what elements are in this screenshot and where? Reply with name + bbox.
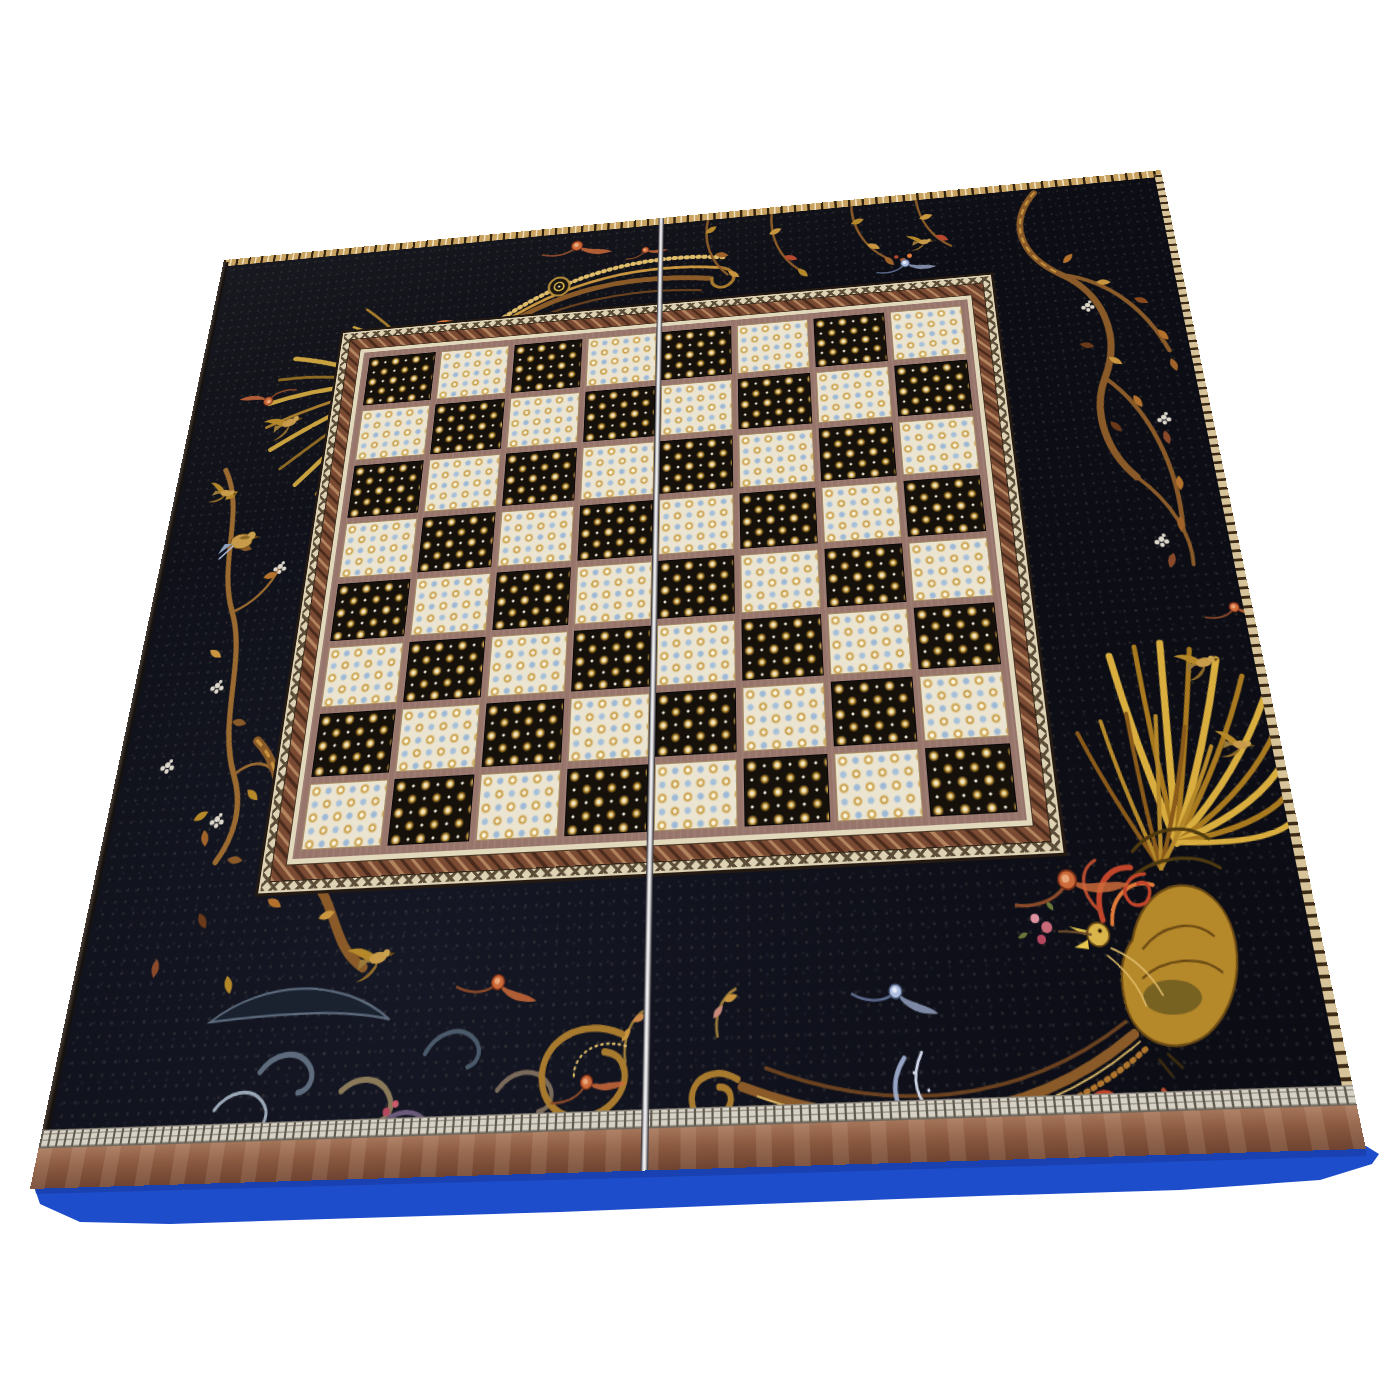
square-a8 [363,352,436,405]
square-a2 [311,709,396,777]
square-c3 [487,631,568,697]
square-g6 [818,423,896,482]
square-c1 [475,769,560,841]
square-b4 [411,573,491,636]
square-c7 [506,392,579,448]
square-c5 [497,506,574,566]
square-h8 [890,306,967,361]
square-h1 [925,743,1018,816]
photo-canvas [0,0,1389,1389]
square-c8 [511,339,583,393]
gold-rosette-ornament [548,277,570,297]
square-d6 [580,442,654,500]
square-c2 [481,699,564,767]
square-b6 [424,454,500,512]
square-f8 [737,319,809,373]
square-b1 [388,774,474,845]
square-d2 [568,693,650,762]
square-e1 [654,759,738,831]
square-g3 [827,608,912,675]
square-b8 [436,346,508,400]
square-f4 [741,549,821,613]
square-a7 [355,405,430,460]
gold-plants-bottom [618,988,739,1063]
square-h5 [903,475,986,537]
square-e7 [660,379,732,435]
square-e3 [656,620,736,686]
square-g1 [834,749,923,822]
square-f7 [738,373,812,429]
square-a5 [339,518,418,578]
square-d1 [564,764,648,836]
square-a6 [347,460,424,518]
square-h3 [913,602,1001,669]
square-f3 [742,614,824,680]
square-g7 [816,366,892,423]
square-a4 [330,579,411,641]
square-b2 [396,704,480,772]
square-e6 [659,435,733,493]
square-h2 [919,671,1009,741]
square-g8 [813,313,887,368]
perched-bird [217,531,261,560]
square-d7 [583,386,655,442]
square-a3 [321,642,404,707]
square-h7 [894,360,973,417]
square-e8 [661,326,732,380]
square-e5 [658,494,734,555]
square-d8 [586,333,657,387]
square-e4 [657,555,735,618]
square-f5 [740,488,818,549]
square-d5 [577,500,653,561]
square-c4 [492,567,571,630]
square-b3 [403,637,485,702]
square-g4 [824,543,906,607]
square-h6 [899,416,980,475]
square-b7 [430,399,504,455]
square-e2 [655,688,737,757]
square-b5 [417,512,495,572]
square-f2 [743,682,827,751]
square-d3 [571,626,651,692]
square-h4 [908,537,993,601]
square-g5 [821,481,901,542]
square-d4 [574,561,652,624]
square-c6 [502,448,577,506]
square-f6 [739,429,815,488]
square-f1 [744,754,830,827]
square-g2 [830,677,917,747]
board-plane [30,170,1366,1189]
square-a1 [301,779,388,850]
